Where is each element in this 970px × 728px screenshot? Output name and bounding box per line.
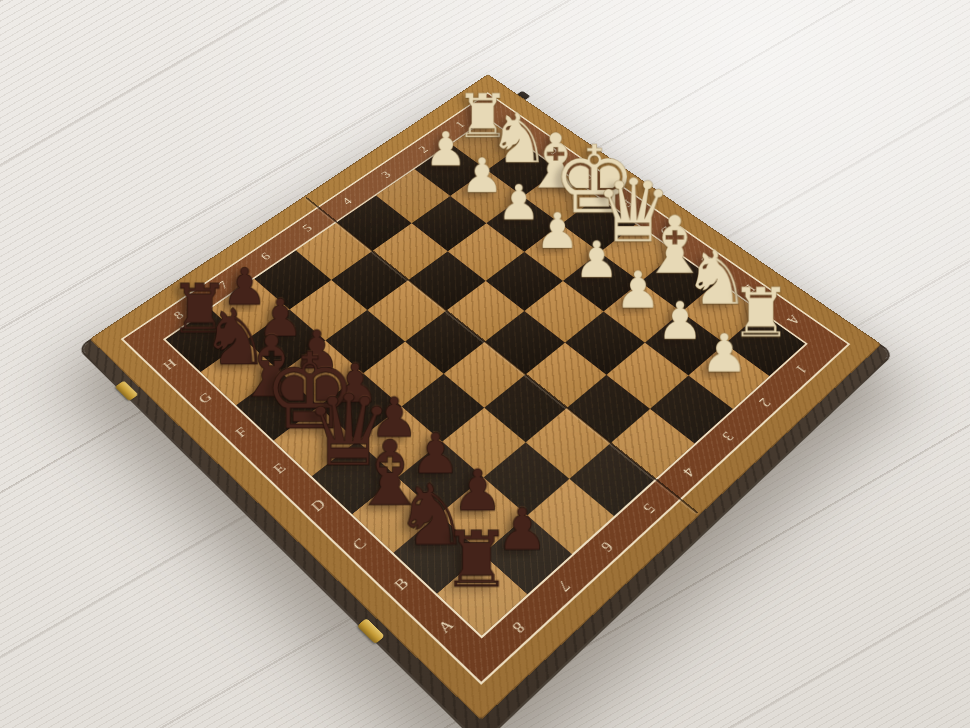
square-a2[interactable]: ♟ [688, 343, 769, 409]
white-pawn[interactable]: ♟ [653, 326, 796, 379]
scene: ♜♞♝♚♛♝♞♜♟♟♟♟♟♟♟♟♟♟♟♟♟♟♟♟♜♞♝♚♛♝♞♜ HH11GG2… [0, 0, 970, 728]
black-rook[interactable]: ♜ [397, 521, 557, 599]
